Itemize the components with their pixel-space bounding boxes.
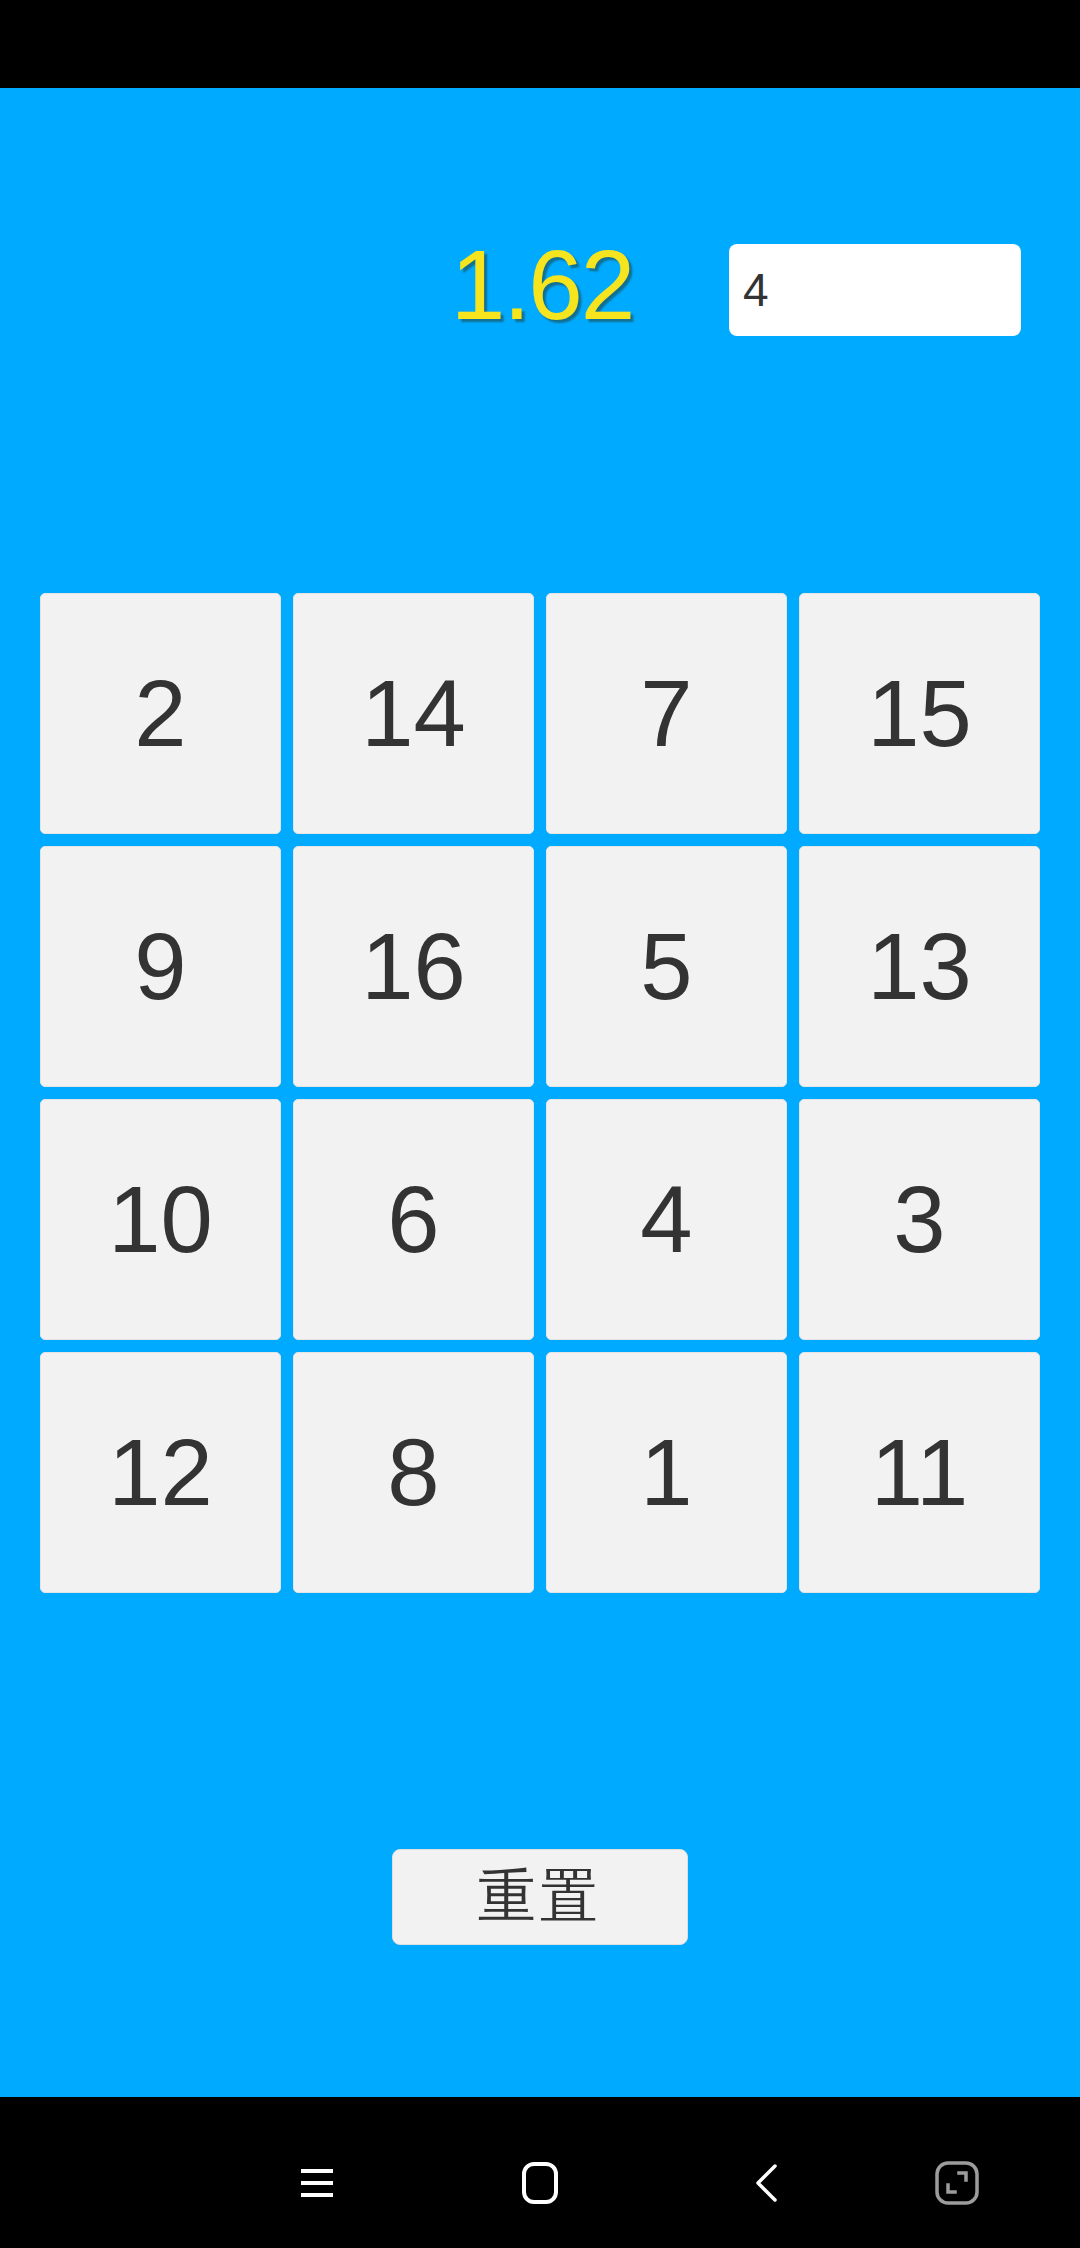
grid-cell[interactable]: 14 <box>293 593 534 834</box>
android-nav-bar <box>0 2097 1080 2248</box>
grid-cell[interactable]: 11 <box>799 1352 1040 1593</box>
reset-button[interactable]: 重置 <box>392 1849 688 1945</box>
app-screen: 1.62 2 14 7 15 9 16 5 13 10 6 4 3 12 8 1… <box>0 0 1080 2248</box>
grid-cell[interactable]: 4 <box>546 1099 787 1340</box>
grid-cell[interactable]: 3 <box>799 1099 1040 1340</box>
grid-cell[interactable]: 15 <box>799 593 1040 834</box>
home-icon <box>521 2161 559 2205</box>
recent-apps-button[interactable] <box>300 2168 334 2198</box>
grid-cell[interactable]: 2 <box>40 593 281 834</box>
timer-display: 1.62 <box>432 236 652 334</box>
grid-cell[interactable]: 16 <box>293 846 534 1087</box>
grid-cell[interactable]: 9 <box>40 846 281 1087</box>
back-button[interactable] <box>753 2163 779 2203</box>
answer-input[interactable] <box>729 244 1021 336</box>
grid-cell[interactable]: 7 <box>546 593 787 834</box>
floating-window-icon <box>934 2160 980 2206</box>
grid-cell[interactable]: 6 <box>293 1099 534 1340</box>
grid-cell[interactable]: 8 <box>293 1352 534 1593</box>
grid-cell[interactable]: 10 <box>40 1099 281 1340</box>
floating-window-button[interactable] <box>934 2160 980 2206</box>
grid-cell[interactable]: 5 <box>546 846 787 1087</box>
status-bar <box>0 0 1080 88</box>
grid-cell[interactable]: 1 <box>546 1352 787 1593</box>
grid-cell[interactable]: 13 <box>799 846 1040 1087</box>
grid-cell[interactable]: 12 <box>40 1352 281 1593</box>
home-button[interactable] <box>521 2161 559 2205</box>
menu-icon <box>300 2168 334 2198</box>
number-grid: 2 14 7 15 9 16 5 13 10 6 4 3 12 8 1 11 <box>40 593 1040 1593</box>
back-icon <box>753 2163 779 2203</box>
